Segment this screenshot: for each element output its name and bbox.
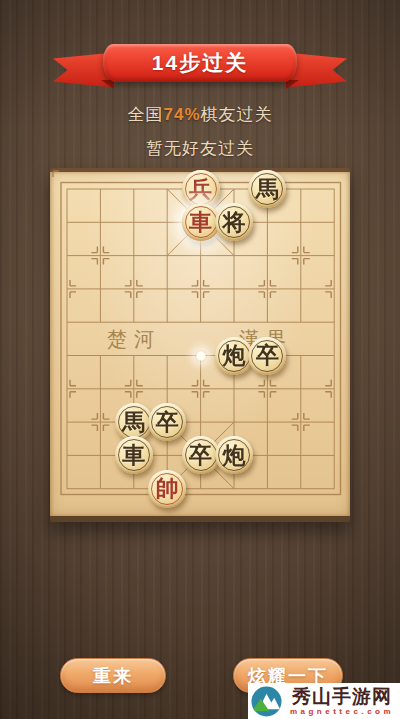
national-pass-prefix: 全国 [127,105,163,124]
level-banner: 14步过关 [0,0,400,100]
mountain-logo-icon [251,686,282,717]
piece-layer: 兵馬車将炮卒馬卒車卒炮帥 [50,168,350,522]
piece-black-卒[interactable]: 卒 [182,436,220,474]
piece-black-馬[interactable]: 馬 [115,403,153,441]
restart-button-label: 重来 [93,664,133,688]
piece-black-車[interactable]: 車 [115,436,153,474]
piece-black-将[interactable]: 将 [215,203,253,241]
piece-black-卒[interactable]: 卒 [148,403,186,441]
ribbon-band: 14步过关 [103,44,297,82]
ribbon-left-tail [53,53,109,87]
piece-red-兵[interactable]: 兵 [182,170,220,208]
restart-button[interactable]: 重来 [60,658,166,693]
watermark-site-name: 秀山手游网 [292,687,392,707]
friends-pass-line: 暂无好友过关 [0,137,400,160]
watermark-text: 秀山手游网 magnettec.com [284,687,400,716]
piece-black-卒[interactable]: 卒 [248,337,286,375]
pass-stats: 全国74%棋友过关 暂无好友过关 [0,103,400,160]
national-pass-line: 全国74%棋友过关 [0,103,400,126]
piece-red-帥[interactable]: 帥 [148,470,186,508]
site-watermark: 秀山手游网 magnettec.com [248,683,400,719]
watermark-domain: magnettec.com [290,707,394,716]
pass-percent: 74% [163,105,200,124]
piece-black-炮[interactable]: 炮 [215,436,253,474]
level-title: 14步过关 [152,49,248,77]
app-screen: { "game": "xiangqi", "position": "4P1n2/… [0,0,400,719]
piece-black-炮[interactable]: 炮 [215,337,253,375]
national-pass-suffix: 棋友过关 [201,105,273,124]
hint-dot [195,350,207,362]
piece-red-車[interactable]: 車 [182,203,220,241]
piece-black-馬[interactable]: 馬 [248,170,286,208]
ribbon-right-tail [291,53,347,87]
xiangqi-board[interactable]: 楚河 漢界 兵馬車将炮卒馬卒車卒炮帥 [50,168,350,522]
